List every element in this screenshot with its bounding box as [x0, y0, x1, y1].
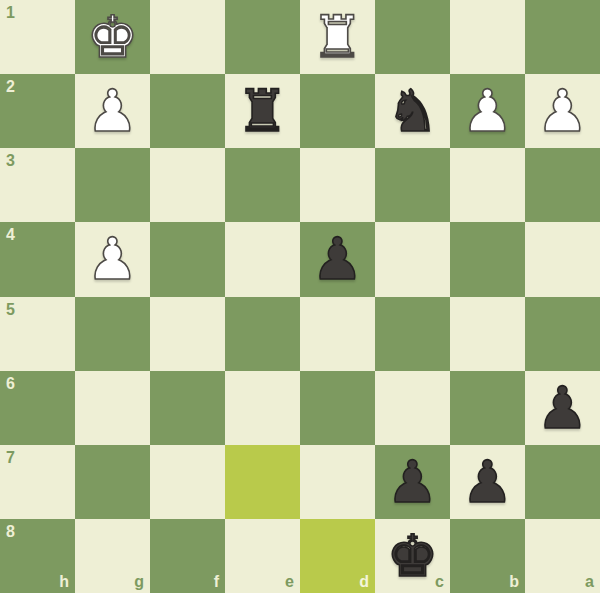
white-rook-piece[interactable]: ♜	[312, 8, 364, 66]
square-h4[interactable]: 4	[0, 222, 75, 296]
rank-label-1: 1	[6, 5, 15, 21]
square-b3[interactable]	[450, 148, 525, 222]
square-g8[interactable]: g	[75, 519, 150, 593]
square-a2[interactable]: ♟	[525, 74, 600, 148]
white-pawn-piece[interactable]: ♟	[537, 82, 589, 140]
square-a1[interactable]	[525, 0, 600, 74]
square-b2[interactable]: ♟	[450, 74, 525, 148]
square-d5[interactable]	[300, 297, 375, 371]
file-label-b: b	[509, 574, 519, 590]
square-g1[interactable]: ♚	[75, 0, 150, 74]
rank-label-4: 4	[6, 227, 15, 243]
square-g6[interactable]	[75, 371, 150, 445]
square-e8[interactable]: e	[225, 519, 300, 593]
rank-label-2: 2	[6, 79, 15, 95]
square-g5[interactable]	[75, 297, 150, 371]
square-c5[interactable]	[375, 297, 450, 371]
square-b4[interactable]	[450, 222, 525, 296]
square-d2[interactable]	[300, 74, 375, 148]
square-b5[interactable]	[450, 297, 525, 371]
black-pawn-piece[interactable]: ♟	[537, 379, 589, 437]
file-label-e: e	[285, 574, 294, 590]
square-h6[interactable]: 6	[0, 371, 75, 445]
square-h3[interactable]: 3	[0, 148, 75, 222]
file-label-a: a	[585, 574, 594, 590]
square-e6[interactable]	[225, 371, 300, 445]
square-c1[interactable]	[375, 0, 450, 74]
file-label-h: h	[59, 574, 69, 590]
chess-board: 1♚♜2♟♜♞♟♟34♟♟56♟7♟♟8hgfedc♚ba	[0, 0, 600, 593]
square-f6[interactable]	[150, 371, 225, 445]
square-g4[interactable]: ♟	[75, 222, 150, 296]
square-e7[interactable]	[225, 445, 300, 519]
square-a7[interactable]	[525, 445, 600, 519]
square-f1[interactable]	[150, 0, 225, 74]
square-a4[interactable]	[525, 222, 600, 296]
file-label-f: f	[214, 574, 219, 590]
square-a8[interactable]: a	[525, 519, 600, 593]
rank-label-6: 6	[6, 376, 15, 392]
square-f5[interactable]	[150, 297, 225, 371]
square-b8[interactable]: b	[450, 519, 525, 593]
square-h5[interactable]: 5	[0, 297, 75, 371]
white-pawn-piece[interactable]: ♟	[87, 230, 139, 288]
square-f8[interactable]: f	[150, 519, 225, 593]
black-pawn-piece[interactable]: ♟	[462, 453, 514, 511]
square-e1[interactable]	[225, 0, 300, 74]
square-d6[interactable]	[300, 371, 375, 445]
square-e2[interactable]: ♜	[225, 74, 300, 148]
square-c3[interactable]	[375, 148, 450, 222]
square-b6[interactable]	[450, 371, 525, 445]
square-c4[interactable]	[375, 222, 450, 296]
square-f3[interactable]	[150, 148, 225, 222]
white-pawn-piece[interactable]: ♟	[87, 82, 139, 140]
file-label-g: g	[134, 574, 144, 590]
black-rook-piece[interactable]: ♜	[237, 82, 289, 140]
square-d8[interactable]: d	[300, 519, 375, 593]
square-e3[interactable]	[225, 148, 300, 222]
black-pawn-piece[interactable]: ♟	[387, 453, 439, 511]
square-a5[interactable]	[525, 297, 600, 371]
white-pawn-piece[interactable]: ♟	[462, 82, 514, 140]
black-knight-piece[interactable]: ♞	[387, 82, 439, 140]
rank-label-8: 8	[6, 524, 15, 540]
square-e4[interactable]	[225, 222, 300, 296]
board-grid: 1♚♜2♟♜♞♟♟34♟♟56♟7♟♟8hgfedc♚ba	[0, 0, 600, 593]
rank-label-7: 7	[6, 450, 15, 466]
square-d7[interactable]	[300, 445, 375, 519]
square-h2[interactable]: 2	[0, 74, 75, 148]
square-b7[interactable]: ♟	[450, 445, 525, 519]
square-d4[interactable]: ♟	[300, 222, 375, 296]
square-c7[interactable]: ♟	[375, 445, 450, 519]
rank-label-5: 5	[6, 302, 15, 318]
square-g3[interactable]	[75, 148, 150, 222]
square-c8[interactable]: c♚	[375, 519, 450, 593]
square-a6[interactable]: ♟	[525, 371, 600, 445]
square-h8[interactable]: 8h	[0, 519, 75, 593]
square-a3[interactable]	[525, 148, 600, 222]
square-b1[interactable]	[450, 0, 525, 74]
white-king-piece[interactable]: ♚	[87, 8, 139, 66]
square-d1[interactable]: ♜	[300, 0, 375, 74]
square-f7[interactable]	[150, 445, 225, 519]
square-g2[interactable]: ♟	[75, 74, 150, 148]
square-h7[interactable]: 7	[0, 445, 75, 519]
black-pawn-piece[interactable]: ♟	[312, 230, 364, 288]
square-g7[interactable]	[75, 445, 150, 519]
square-d3[interactable]	[300, 148, 375, 222]
file-label-d: d	[359, 574, 369, 590]
square-f4[interactable]	[150, 222, 225, 296]
square-c2[interactable]: ♞	[375, 74, 450, 148]
black-king-piece[interactable]: ♚	[387, 527, 439, 585]
square-f2[interactable]	[150, 74, 225, 148]
square-e5[interactable]	[225, 297, 300, 371]
rank-label-3: 3	[6, 153, 15, 169]
square-h1[interactable]: 1	[0, 0, 75, 74]
square-c6[interactable]	[375, 371, 450, 445]
